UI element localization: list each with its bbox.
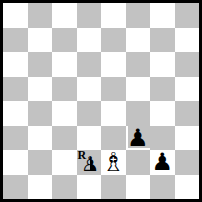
square-d2[interactable]: ♙♟R <box>77 150 102 175</box>
square-g5[interactable] <box>150 77 175 102</box>
square-d5[interactable] <box>77 77 102 102</box>
square-b4[interactable] <box>28 101 53 126</box>
square-b3[interactable] <box>28 126 53 151</box>
square-h5[interactable] <box>175 77 200 102</box>
square-h4[interactable] <box>175 101 200 126</box>
square-c2[interactable] <box>52 150 77 175</box>
square-c1[interactable] <box>52 175 77 200</box>
square-d7[interactable] <box>77 28 102 53</box>
square-b5[interactable] <box>28 77 53 102</box>
square-b2[interactable] <box>28 150 53 175</box>
square-a6[interactable] <box>3 52 28 77</box>
chess-board: ♟♙♟R♗♟ <box>0 0 202 202</box>
square-f5[interactable] <box>126 77 151 102</box>
square-b1[interactable] <box>28 175 53 200</box>
square-a5[interactable] <box>3 77 28 102</box>
square-g3[interactable] <box>150 126 175 151</box>
square-f1[interactable] <box>126 175 151 200</box>
square-h3[interactable] <box>175 126 200 151</box>
square-g6[interactable] <box>150 52 175 77</box>
square-d8[interactable] <box>77 3 102 28</box>
square-h2[interactable] <box>175 150 200 175</box>
square-b6[interactable] <box>28 52 53 77</box>
board-grid: ♟♙♟R♗♟ <box>3 3 199 199</box>
piece-label-R: R <box>78 150 87 161</box>
square-h6[interactable] <box>175 52 200 77</box>
square-e1[interactable] <box>101 175 126 200</box>
square-e2[interactable]: ♗ <box>101 150 126 175</box>
square-c6[interactable] <box>52 52 77 77</box>
square-f4[interactable] <box>126 101 151 126</box>
black-pawn-g2: ♟ <box>150 150 175 175</box>
square-a2[interactable] <box>3 150 28 175</box>
square-g2[interactable]: ♟ <box>150 150 175 175</box>
square-e4[interactable] <box>101 101 126 126</box>
square-h1[interactable] <box>175 175 200 200</box>
square-g4[interactable] <box>150 101 175 126</box>
square-f7[interactable] <box>126 28 151 53</box>
square-a7[interactable] <box>3 28 28 53</box>
square-d1[interactable] <box>77 175 102 200</box>
square-f8[interactable] <box>126 3 151 28</box>
square-b7[interactable] <box>28 28 53 53</box>
square-d6[interactable] <box>77 52 102 77</box>
square-e5[interactable] <box>101 77 126 102</box>
square-d4[interactable] <box>77 101 102 126</box>
white-bishop-e2: ♗ <box>101 150 126 175</box>
square-a8[interactable] <box>3 3 28 28</box>
square-c8[interactable] <box>52 3 77 28</box>
square-g1[interactable] <box>150 175 175 200</box>
square-b8[interactable] <box>28 3 53 28</box>
square-c3[interactable] <box>52 126 77 151</box>
square-f6[interactable] <box>126 52 151 77</box>
square-a3[interactable] <box>3 126 28 151</box>
square-f3[interactable]: ♟ <box>126 126 151 151</box>
square-a4[interactable] <box>3 101 28 126</box>
black-pawn-f3: ♟ <box>126 126 151 151</box>
square-f2[interactable] <box>126 150 151 175</box>
square-h8[interactable] <box>175 3 200 28</box>
square-c5[interactable] <box>52 77 77 102</box>
square-c4[interactable] <box>52 101 77 126</box>
square-a1[interactable] <box>3 175 28 200</box>
square-g8[interactable] <box>150 3 175 28</box>
square-d3[interactable] <box>77 126 102 151</box>
square-c7[interactable] <box>52 28 77 53</box>
square-e7[interactable] <box>101 28 126 53</box>
square-h7[interactable] <box>175 28 200 53</box>
square-e6[interactable] <box>101 52 126 77</box>
square-g7[interactable] <box>150 28 175 53</box>
square-e8[interactable] <box>101 3 126 28</box>
